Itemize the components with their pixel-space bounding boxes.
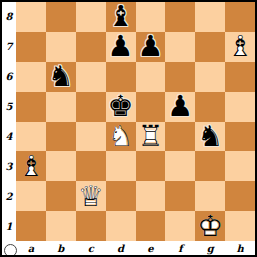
square-f6[interactable] xyxy=(165,62,195,92)
square-c1[interactable] xyxy=(76,211,106,241)
square-g4[interactable]: ♞ xyxy=(195,122,225,152)
square-g5[interactable] xyxy=(195,92,225,122)
square-c3[interactable] xyxy=(76,151,106,181)
square-c4[interactable] xyxy=(76,122,106,152)
white-king[interactable]: ♚♔ xyxy=(196,212,225,241)
chess-board: ♝♟♟♝♗♞♚♟♞♘♜♖♞♝♗♛♕♚♔ xyxy=(16,2,255,241)
square-b7[interactable] xyxy=(46,32,76,62)
square-g2[interactable] xyxy=(195,181,225,211)
piece-outline-glyph: ♘ xyxy=(106,122,135,151)
square-e1[interactable] xyxy=(136,211,166,241)
square-e3[interactable] xyxy=(136,151,166,181)
square-f3[interactable] xyxy=(165,151,195,181)
piece-fill-glyph: ♝ xyxy=(106,2,135,31)
file-label-c: c xyxy=(76,241,106,255)
rank-label-1: 1 xyxy=(2,211,16,241)
file-label-a: a xyxy=(16,241,46,255)
square-d7[interactable]: ♟ xyxy=(106,32,136,62)
white-bishop[interactable]: ♝♗ xyxy=(226,32,255,61)
square-c6[interactable] xyxy=(76,62,106,92)
square-h4[interactable] xyxy=(225,122,255,152)
square-h8[interactable] xyxy=(225,2,255,32)
white-queen[interactable]: ♛♕ xyxy=(76,182,105,211)
square-h3[interactable] xyxy=(225,151,255,181)
piece-fill-glyph: ♟ xyxy=(166,92,195,121)
square-h6[interactable] xyxy=(225,62,255,92)
square-g8[interactable] xyxy=(195,2,225,32)
file-label-f: f xyxy=(165,241,195,255)
square-d2[interactable] xyxy=(106,181,136,211)
square-b1[interactable] xyxy=(46,211,76,241)
square-a8[interactable] xyxy=(16,2,46,32)
piece-outline-glyph: ♕ xyxy=(76,182,105,211)
square-a3[interactable]: ♝♗ xyxy=(16,151,46,181)
file-labels: abcdefgh xyxy=(16,241,255,255)
piece-outline-glyph: ♖ xyxy=(136,122,165,151)
white-to-move-indicator-icon xyxy=(4,244,17,257)
rank-label-6: 6 xyxy=(2,62,16,92)
square-h1[interactable] xyxy=(225,211,255,241)
square-b4[interactable] xyxy=(46,122,76,152)
square-a6[interactable] xyxy=(16,62,46,92)
square-b2[interactable] xyxy=(46,181,76,211)
square-d8[interactable]: ♝ xyxy=(106,2,136,32)
square-f2[interactable] xyxy=(165,181,195,211)
piece-outline-glyph: ♗ xyxy=(16,152,45,181)
square-d4[interactable]: ♞♘ xyxy=(106,122,136,152)
black-king[interactable]: ♚ xyxy=(106,92,135,121)
square-h2[interactable] xyxy=(225,181,255,211)
square-c2[interactable]: ♛♕ xyxy=(76,181,106,211)
black-pawn[interactable]: ♟ xyxy=(166,92,195,121)
piece-fill-glyph: ♞ xyxy=(46,62,75,91)
square-a1[interactable] xyxy=(16,211,46,241)
square-g1[interactable]: ♚♔ xyxy=(195,211,225,241)
square-b8[interactable] xyxy=(46,2,76,32)
file-label-d: d xyxy=(106,241,136,255)
square-a4[interactable] xyxy=(16,122,46,152)
file-label-g: g xyxy=(195,241,225,255)
square-e8[interactable] xyxy=(136,2,166,32)
square-f8[interactable] xyxy=(165,2,195,32)
piece-outline-glyph: ♗ xyxy=(226,32,255,61)
piece-fill-glyph: ♞ xyxy=(196,122,225,151)
rank-label-4: 4 xyxy=(2,122,16,152)
square-a2[interactable] xyxy=(16,181,46,211)
square-d6[interactable] xyxy=(106,62,136,92)
square-c5[interactable] xyxy=(76,92,106,122)
file-label-h: h xyxy=(225,241,255,255)
square-d5[interactable]: ♚ xyxy=(106,92,136,122)
rank-label-2: 2 xyxy=(2,181,16,211)
rank-label-7: 7 xyxy=(2,32,16,62)
square-b3[interactable] xyxy=(46,151,76,181)
piece-fill-glyph: ♟ xyxy=(106,32,135,61)
square-f5[interactable]: ♟ xyxy=(165,92,195,122)
square-e7[interactable]: ♟ xyxy=(136,32,166,62)
square-d1[interactable] xyxy=(106,211,136,241)
rank-label-3: 3 xyxy=(2,151,16,181)
square-e6[interactable] xyxy=(136,62,166,92)
square-g3[interactable] xyxy=(195,151,225,181)
piece-fill-glyph: ♟ xyxy=(136,32,165,61)
white-bishop[interactable]: ♝♗ xyxy=(16,152,45,181)
rank-labels: 87654321 xyxy=(2,2,16,241)
file-label-b: b xyxy=(46,241,76,255)
square-f7[interactable] xyxy=(165,32,195,62)
square-e2[interactable] xyxy=(136,181,166,211)
square-h5[interactable] xyxy=(225,92,255,122)
file-label-e: e xyxy=(136,241,166,255)
piece-outline-glyph: ♔ xyxy=(196,212,225,241)
square-f1[interactable] xyxy=(165,211,195,241)
square-g6[interactable] xyxy=(195,62,225,92)
black-pawn[interactable]: ♟ xyxy=(136,32,165,61)
black-knight[interactable]: ♞ xyxy=(46,62,75,91)
rank-label-5: 5 xyxy=(2,92,16,122)
square-a5[interactable] xyxy=(16,92,46,122)
square-e4[interactable]: ♜♖ xyxy=(136,122,166,152)
rank-label-8: 8 xyxy=(2,2,16,32)
black-bishop[interactable]: ♝ xyxy=(106,2,135,31)
square-c8[interactable] xyxy=(76,2,106,32)
chess-diagram: 87654321 ♝♟♟♝♗♞♚♟♞♘♜♖♞♝♗♛♕♚♔ abcdefgh xyxy=(0,0,257,257)
square-a7[interactable] xyxy=(16,32,46,62)
piece-fill-glyph: ♚ xyxy=(106,92,135,121)
square-c7[interactable] xyxy=(76,32,106,62)
square-b5[interactable] xyxy=(46,92,76,122)
square-b6[interactable]: ♞ xyxy=(46,62,76,92)
square-h7[interactable]: ♝♗ xyxy=(225,32,255,62)
black-pawn[interactable]: ♟ xyxy=(106,32,135,61)
square-e5[interactable] xyxy=(136,92,166,122)
square-d3[interactable] xyxy=(106,151,136,181)
white-rook[interactable]: ♜♖ xyxy=(136,122,165,151)
square-f4[interactable] xyxy=(165,122,195,152)
black-knight[interactable]: ♞ xyxy=(196,122,225,151)
white-knight[interactable]: ♞♘ xyxy=(106,122,135,151)
square-g7[interactable] xyxy=(195,32,225,62)
